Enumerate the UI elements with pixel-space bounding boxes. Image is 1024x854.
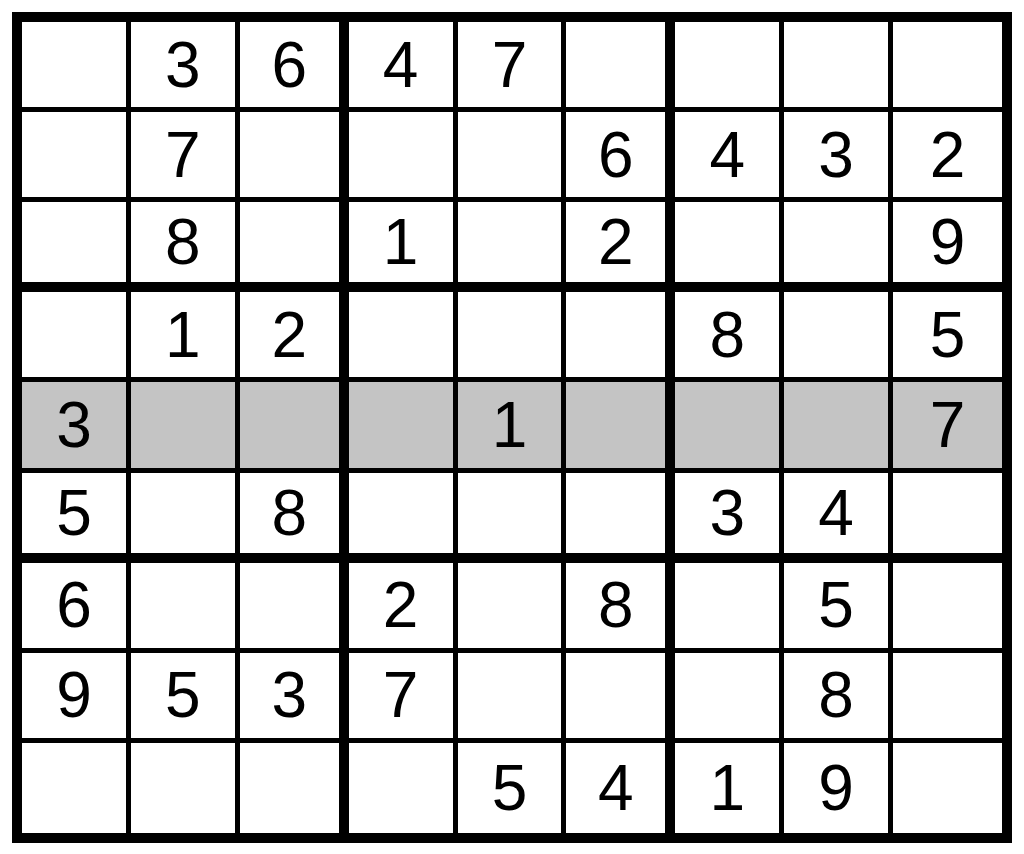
cell-r5c5[interactable]: 1 <box>458 382 567 472</box>
cell-r7c9[interactable] <box>893 563 1002 653</box>
cell-r8c4[interactable]: 7 <box>349 653 458 743</box>
cell-r1c3[interactable]: 6 <box>240 22 349 112</box>
cell-r8c9[interactable] <box>893 653 1002 743</box>
cell-r5c9[interactable]: 7 <box>893 382 1002 472</box>
cell-r1c1[interactable] <box>22 22 131 112</box>
cell-r5c6[interactable] <box>566 382 675 472</box>
cell-r8c6[interactable] <box>566 653 675 743</box>
cell-r1c8[interactable] <box>784 22 893 112</box>
cell-r3c7[interactable] <box>675 202 784 292</box>
cell-r4c1[interactable] <box>22 292 131 382</box>
cell-r7c4[interactable]: 2 <box>349 563 458 653</box>
cell-r8c2[interactable]: 5 <box>131 653 240 743</box>
cell-r9c1[interactable] <box>22 743 131 833</box>
cell-r6c4[interactable] <box>349 473 458 563</box>
cell-r2c8[interactable]: 3 <box>784 112 893 202</box>
cell-r7c2[interactable] <box>131 563 240 653</box>
cell-r9c5[interactable]: 5 <box>458 743 567 833</box>
cell-r3c4[interactable]: 1 <box>349 202 458 292</box>
sudoku-page: 3647764328129128531758346285953785419 <box>0 0 1024 854</box>
cell-r1c7[interactable] <box>675 22 784 112</box>
cell-r5c8[interactable] <box>784 382 893 472</box>
cell-r2c3[interactable] <box>240 112 349 202</box>
cell-r9c6[interactable]: 4 <box>566 743 675 833</box>
cell-r6c8[interactable]: 4 <box>784 473 893 563</box>
cell-r6c1[interactable]: 5 <box>22 473 131 563</box>
cell-r4c2[interactable]: 1 <box>131 292 240 382</box>
cell-r4c6[interactable] <box>566 292 675 382</box>
cell-r1c5[interactable]: 7 <box>458 22 567 112</box>
cell-r3c2[interactable]: 8 <box>131 202 240 292</box>
cell-r9c2[interactable] <box>131 743 240 833</box>
cell-r7c5[interactable] <box>458 563 567 653</box>
cell-r5c3[interactable] <box>240 382 349 472</box>
cell-r2c2[interactable]: 7 <box>131 112 240 202</box>
cell-r4c9[interactable]: 5 <box>893 292 1002 382</box>
cell-r4c5[interactable] <box>458 292 567 382</box>
cell-r3c1[interactable] <box>22 202 131 292</box>
cell-r3c8[interactable] <box>784 202 893 292</box>
cell-r8c3[interactable]: 3 <box>240 653 349 743</box>
cell-r3c9[interactable]: 9 <box>893 202 1002 292</box>
cell-r6c9[interactable] <box>893 473 1002 563</box>
cell-r9c9[interactable] <box>893 743 1002 833</box>
cell-r9c7[interactable]: 1 <box>675 743 784 833</box>
cell-r8c1[interactable]: 9 <box>22 653 131 743</box>
cell-r2c9[interactable]: 2 <box>893 112 1002 202</box>
cell-r3c3[interactable] <box>240 202 349 292</box>
cell-r4c4[interactable] <box>349 292 458 382</box>
cell-r2c7[interactable]: 4 <box>675 112 784 202</box>
cell-r1c9[interactable] <box>893 22 1002 112</box>
cell-r7c6[interactable]: 8 <box>566 563 675 653</box>
sudoku-board: 3647764328129128531758346285953785419 <box>12 12 1012 843</box>
cell-r2c4[interactable] <box>349 112 458 202</box>
cell-r8c7[interactable] <box>675 653 784 743</box>
cell-r7c3[interactable] <box>240 563 349 653</box>
cell-r2c6[interactable]: 6 <box>566 112 675 202</box>
cell-r7c1[interactable]: 6 <box>22 563 131 653</box>
cell-r9c3[interactable] <box>240 743 349 833</box>
cell-r6c5[interactable] <box>458 473 567 563</box>
cell-r6c2[interactable] <box>131 473 240 563</box>
cell-r5c1[interactable]: 3 <box>22 382 131 472</box>
cell-r5c2[interactable] <box>131 382 240 472</box>
cell-r8c5[interactable] <box>458 653 567 743</box>
cell-r6c7[interactable]: 3 <box>675 473 784 563</box>
cell-r2c1[interactable] <box>22 112 131 202</box>
cell-r2c5[interactable] <box>458 112 567 202</box>
cell-r4c7[interactable]: 8 <box>675 292 784 382</box>
cell-r3c5[interactable] <box>458 202 567 292</box>
cell-r4c3[interactable]: 2 <box>240 292 349 382</box>
cell-r3c6[interactable]: 2 <box>566 202 675 292</box>
cell-r9c4[interactable] <box>349 743 458 833</box>
cell-r8c8[interactable]: 8 <box>784 653 893 743</box>
cell-r4c8[interactable] <box>784 292 893 382</box>
cell-r1c6[interactable] <box>566 22 675 112</box>
cell-r6c3[interactable]: 8 <box>240 473 349 563</box>
cell-r7c8[interactable]: 5 <box>784 563 893 653</box>
cell-r6c6[interactable] <box>566 473 675 563</box>
cell-r7c7[interactable] <box>675 563 784 653</box>
cell-r1c2[interactable]: 3 <box>131 22 240 112</box>
cell-r5c4[interactable] <box>349 382 458 472</box>
cell-r1c4[interactable]: 4 <box>349 22 458 112</box>
cell-r5c7[interactable] <box>675 382 784 472</box>
cell-r9c8[interactable]: 9 <box>784 743 893 833</box>
